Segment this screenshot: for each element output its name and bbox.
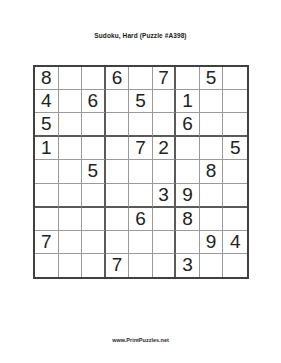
cell-r9c3[interactable] [82,254,106,277]
cell-r9c7[interactable]: 3 [176,254,200,277]
cell-r8c9[interactable]: 4 [223,231,247,254]
cell-r6c8[interactable] [200,184,224,208]
sudoku-page: Sudoku, Hard (Puzzle #A398) 867546515617… [0,0,281,363]
cell-r7c5[interactable]: 6 [129,208,153,231]
cell-r9c4[interactable]: 7 [106,254,130,277]
sudoku-grid: 8675465156172558396879473 [33,65,249,279]
cell-r9c6[interactable] [153,254,177,277]
cell-r2c2[interactable] [59,90,83,113]
cell-r3c8[interactable] [200,113,224,137]
cell-r2c7[interactable]: 1 [176,90,200,113]
cell-r5c1[interactable] [35,160,59,183]
cell-r7c1[interactable] [35,208,59,231]
cell-r4c5[interactable]: 7 [129,137,153,160]
cell-r4c1[interactable]: 1 [35,137,59,160]
cell-r5c8[interactable]: 8 [200,160,224,183]
cell-r6c3[interactable] [82,184,106,208]
cell-r3c5[interactable] [129,113,153,137]
footer-url: www.PrintPuzzles.net [0,337,281,344]
cell-r1c1[interactable]: 8 [35,67,59,90]
cell-r2c4[interactable] [106,90,130,113]
cell-r2c6[interactable] [153,90,177,113]
cell-r6c7[interactable]: 9 [176,184,200,208]
cell-r5c4[interactable] [106,160,130,183]
cell-r8c6[interactable] [153,231,177,254]
cell-r8c7[interactable] [176,231,200,254]
cell-r3c3[interactable] [82,113,106,137]
cell-r7c4[interactable] [106,208,130,231]
cell-r7c8[interactable] [200,208,224,231]
cell-r4c9[interactable]: 5 [223,137,247,160]
cell-r9c1[interactable] [35,254,59,277]
cell-r3c6[interactable] [153,113,177,137]
cell-r7c6[interactable] [153,208,177,231]
cell-r8c2[interactable] [59,231,83,254]
cell-r4c6[interactable]: 2 [153,137,177,160]
cell-r2c3[interactable]: 6 [82,90,106,113]
cell-r7c7[interactable]: 8 [176,208,200,231]
cell-r5c6[interactable] [153,160,177,183]
cell-r1c7[interactable] [176,67,200,90]
cell-r3c9[interactable] [223,113,247,137]
cell-r5c3[interactable]: 5 [82,160,106,183]
cell-r1c5[interactable] [129,67,153,90]
cell-r5c9[interactable] [223,160,247,183]
cell-r2c5[interactable]: 5 [129,90,153,113]
cell-r2c9[interactable] [223,90,247,113]
cell-r4c8[interactable] [200,137,224,160]
cell-r7c2[interactable] [59,208,83,231]
cell-r3c1[interactable]: 5 [35,113,59,137]
cell-r5c7[interactable] [176,160,200,183]
cell-r6c5[interactable] [129,184,153,208]
cell-r6c2[interactable] [59,184,83,208]
cell-r8c4[interactable] [106,231,130,254]
cell-r3c7[interactable]: 6 [176,113,200,137]
cell-r9c9[interactable] [223,254,247,277]
cell-r3c2[interactable] [59,113,83,137]
cell-r4c3[interactable] [82,137,106,160]
cell-r9c2[interactable] [59,254,83,277]
puzzle-title: Sudoku, Hard (Puzzle #A398) [0,32,281,40]
cell-r7c9[interactable] [223,208,247,231]
cell-r8c8[interactable]: 9 [200,231,224,254]
cell-r9c5[interactable] [129,254,153,277]
cell-r8c1[interactable]: 7 [35,231,59,254]
cell-r9c8[interactable] [200,254,224,277]
cell-r4c7[interactable] [176,137,200,160]
cell-r6c9[interactable] [223,184,247,208]
cell-r1c3[interactable] [82,67,106,90]
cell-r4c4[interactable] [106,137,130,160]
cell-r4c2[interactable] [59,137,83,160]
cell-r1c6[interactable]: 7 [153,67,177,90]
cell-r1c8[interactable]: 5 [200,67,224,90]
cell-r6c6[interactable]: 3 [153,184,177,208]
cell-r8c3[interactable] [82,231,106,254]
cell-r5c2[interactable] [59,160,83,183]
cell-r2c1[interactable]: 4 [35,90,59,113]
cell-r8c5[interactable] [129,231,153,254]
cell-r1c4[interactable]: 6 [106,67,130,90]
cell-r7c3[interactable] [82,208,106,231]
cell-r1c9[interactable] [223,67,247,90]
cell-r3c4[interactable] [106,113,130,137]
cell-r5c5[interactable] [129,160,153,183]
cell-r1c2[interactable] [59,67,83,90]
cell-r6c4[interactable] [106,184,130,208]
cell-r2c8[interactable] [200,90,224,113]
cell-r6c1[interactable] [35,184,59,208]
